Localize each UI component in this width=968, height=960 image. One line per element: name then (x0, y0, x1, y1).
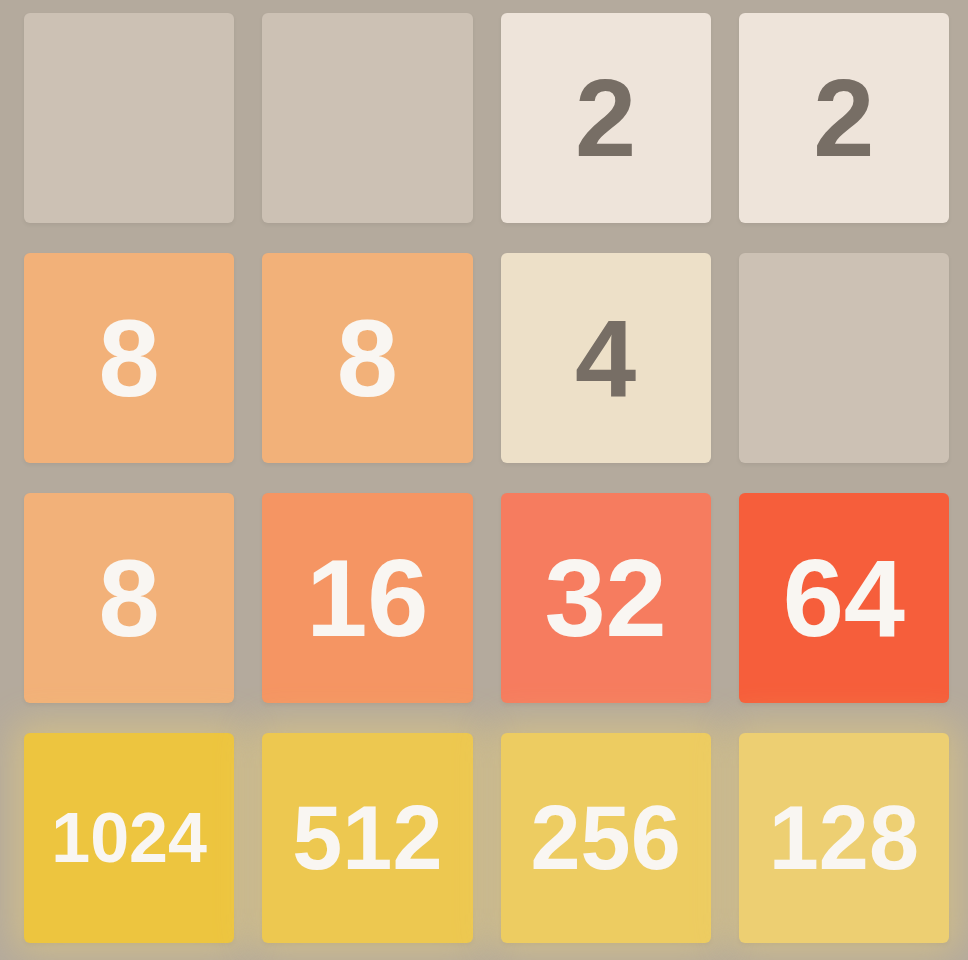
game-screen: 2288481632641024512256128 (0, 0, 968, 960)
empty-cell (24, 13, 234, 223)
tile-256: 256 (501, 733, 711, 943)
tile-128: 128 (739, 733, 949, 943)
tile-64: 64 (739, 493, 949, 703)
tile-8: 8 (24, 253, 234, 463)
tile-4: 4 (501, 253, 711, 463)
tile-8: 8 (24, 493, 234, 703)
empty-cell (739, 253, 949, 463)
tile-32: 32 (501, 493, 711, 703)
tile-2: 2 (501, 13, 711, 223)
empty-cell (262, 13, 472, 223)
tile-512: 512 (262, 733, 472, 943)
tile-16: 16 (262, 493, 472, 703)
game-board-2048[interactable]: 2288481632641024512256128 (0, 0, 968, 960)
tile-8: 8 (262, 253, 472, 463)
tile-1024: 1024 (24, 733, 234, 943)
tile-2: 2 (739, 13, 949, 223)
